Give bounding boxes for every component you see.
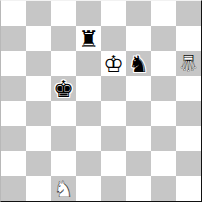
square-g1[interactable] (151, 176, 176, 201)
square-a1[interactable] (1, 176, 26, 201)
square-a7[interactable] (1, 26, 26, 51)
piece-white-grasshopper[interactable]: ♛♕ (176, 51, 201, 76)
square-c7[interactable] (51, 26, 76, 51)
square-d5[interactable] (76, 76, 101, 101)
square-b4[interactable] (26, 101, 51, 126)
square-f1[interactable] (126, 176, 151, 201)
square-c5[interactable]: ♚ (51, 76, 76, 101)
square-g7[interactable] (151, 26, 176, 51)
square-e4[interactable] (101, 101, 126, 126)
square-h7[interactable] (176, 26, 201, 51)
square-d1[interactable] (76, 176, 101, 201)
square-a4[interactable] (1, 101, 26, 126)
knight-glyph: ♞ (126, 51, 151, 76)
square-a8[interactable] (1, 1, 26, 26)
square-a6[interactable] (1, 51, 26, 76)
square-f8[interactable] (126, 1, 151, 26)
piece-black-rook[interactable]: ♜ (76, 26, 101, 51)
rook-glyph: ♜ (76, 26, 101, 51)
square-f7[interactable] (126, 26, 151, 51)
square-e3[interactable] (101, 126, 126, 151)
square-e8[interactable] (101, 1, 126, 26)
square-g5[interactable] (151, 76, 176, 101)
square-f5[interactable] (126, 76, 151, 101)
square-b3[interactable] (26, 126, 51, 151)
square-g6[interactable] (151, 51, 176, 76)
square-e1[interactable] (101, 176, 126, 201)
square-a2[interactable] (1, 151, 26, 176)
square-c8[interactable] (51, 1, 76, 26)
square-b1[interactable] (26, 176, 51, 201)
square-g8[interactable] (151, 1, 176, 26)
square-a3[interactable] (1, 126, 26, 151)
piece-black-knight[interactable]: ♞ (126, 51, 151, 76)
grasshopper-fill-layer: ♛ (176, 51, 201, 76)
king-fill-layer: ♚ (101, 51, 126, 76)
piece-white-king[interactable]: ♚♔ (101, 51, 126, 76)
square-c2[interactable] (51, 151, 76, 176)
grasshopper-outline-layer: ♕ (176, 51, 201, 76)
square-f2[interactable] (126, 151, 151, 176)
square-e6[interactable]: ♚♔ (101, 51, 126, 76)
square-d3[interactable] (76, 126, 101, 151)
king-outline-layer: ♔ (101, 51, 126, 76)
square-c4[interactable] (51, 101, 76, 126)
square-c1[interactable]: ♞♘ (51, 176, 76, 201)
chessboard-frame: ♜♚♔♞♛♕♚♞♘ (0, 0, 202, 202)
king-glyph: ♚ (51, 76, 76, 101)
square-e7[interactable] (101, 26, 126, 51)
square-a5[interactable] (1, 76, 26, 101)
square-b2[interactable] (26, 151, 51, 176)
square-g4[interactable] (151, 101, 176, 126)
square-c6[interactable] (51, 51, 76, 76)
square-b8[interactable] (26, 1, 51, 26)
square-h4[interactable] (176, 101, 201, 126)
square-h2[interactable] (176, 151, 201, 176)
piece-black-king[interactable]: ♚ (51, 76, 76, 101)
chessboard: ♜♚♔♞♛♕♚♞♘ (1, 1, 201, 201)
square-d8[interactable] (76, 1, 101, 26)
square-h8[interactable] (176, 1, 201, 26)
square-e2[interactable] (101, 151, 126, 176)
square-h3[interactable] (176, 126, 201, 151)
square-b6[interactable] (26, 51, 51, 76)
piece-white-knight[interactable]: ♞♘ (51, 176, 76, 201)
square-c3[interactable] (51, 126, 76, 151)
square-f3[interactable] (126, 126, 151, 151)
knight-outline-layer: ♘ (51, 176, 76, 201)
square-d6[interactable] (76, 51, 101, 76)
square-h5[interactable] (176, 76, 201, 101)
square-h1[interactable] (176, 176, 201, 201)
square-d4[interactable] (76, 101, 101, 126)
square-d2[interactable] (76, 151, 101, 176)
square-g3[interactable] (151, 126, 176, 151)
square-h6[interactable]: ♛♕ (176, 51, 201, 76)
square-b5[interactable] (26, 76, 51, 101)
square-f6[interactable]: ♞ (126, 51, 151, 76)
square-f4[interactable] (126, 101, 151, 126)
square-e5[interactable] (101, 76, 126, 101)
knight-fill-layer: ♞ (51, 176, 76, 201)
square-d7[interactable]: ♜ (76, 26, 101, 51)
square-b7[interactable] (26, 26, 51, 51)
square-g2[interactable] (151, 151, 176, 176)
